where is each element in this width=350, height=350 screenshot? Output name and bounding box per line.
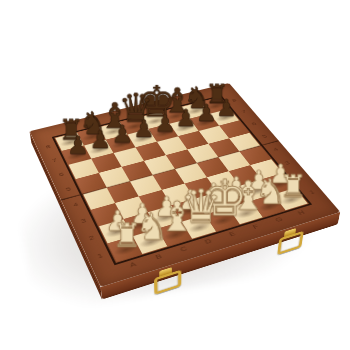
file-label-d: D xyxy=(200,237,216,247)
file-label-a: A xyxy=(125,260,141,270)
rank-label-left-4: 4 xyxy=(69,201,84,210)
square-a1[interactable]: ♜ xyxy=(108,236,143,262)
rank-label-left-7: 7 xyxy=(48,157,62,165)
rank-label-right-6: 6 xyxy=(248,121,261,128)
piece-glyph: ♜ xyxy=(93,220,161,253)
piece-glyph: ♟ xyxy=(48,133,107,158)
rank-label-left-6: 6 xyxy=(54,171,68,179)
file-label-b: B xyxy=(151,252,167,262)
file-label-f: F xyxy=(248,222,264,231)
piece-white-rook[interactable]: ♜ xyxy=(108,236,143,262)
file-label-c: C xyxy=(176,244,192,254)
file-label-g: G xyxy=(271,215,287,224)
file-label-h: H xyxy=(294,208,310,217)
product-photo-scene: ♜♞♝♛♚♝♞♜♟♟♟♟♟♟♟♟♟♟♟♟♟♟♟♟♜♞♝♛♚♝♞♜ ABCDEFG… xyxy=(0,0,350,350)
rank-label-left-5: 5 xyxy=(61,185,75,193)
rank-label-right-5: 5 xyxy=(258,133,272,140)
file-label-e: E xyxy=(225,230,241,239)
rank-label-left-1: 1 xyxy=(92,251,108,261)
rank-label-right-4: 4 xyxy=(269,146,283,153)
